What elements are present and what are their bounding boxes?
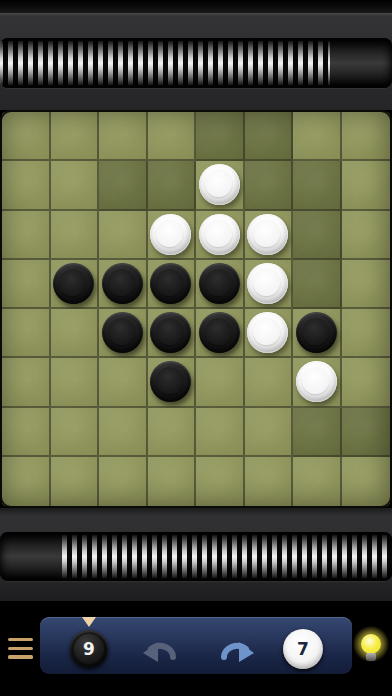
cell-d4 bbox=[148, 260, 197, 309]
cell-f8[interactable] bbox=[245, 457, 294, 506]
top-disc-stack bbox=[0, 41, 330, 85]
cell-e4 bbox=[196, 260, 245, 309]
cell-h3[interactable] bbox=[342, 211, 391, 260]
cell-d8[interactable] bbox=[148, 457, 197, 506]
cell-a5[interactable] bbox=[2, 309, 51, 358]
cell-g6 bbox=[293, 358, 342, 407]
cell-h8[interactable] bbox=[342, 457, 391, 506]
black-disc bbox=[102, 312, 143, 353]
white-disc bbox=[296, 361, 337, 402]
cell-a8[interactable] bbox=[2, 457, 51, 506]
black-disc bbox=[150, 263, 191, 304]
cell-f4 bbox=[245, 260, 294, 309]
cell-f1[interactable] bbox=[245, 112, 294, 161]
cell-a3[interactable] bbox=[2, 211, 51, 260]
black-disc bbox=[296, 312, 337, 353]
white-disc bbox=[247, 214, 288, 255]
cell-c8[interactable] bbox=[99, 457, 148, 506]
cell-b8[interactable] bbox=[51, 457, 100, 506]
black-disc bbox=[102, 263, 143, 304]
cell-b5[interactable] bbox=[51, 309, 100, 358]
status-bar-area bbox=[0, 0, 392, 13]
black-disc bbox=[199, 312, 240, 353]
white-disc bbox=[199, 214, 240, 255]
top-disc-tray bbox=[0, 38, 392, 88]
cell-d5 bbox=[148, 309, 197, 358]
score-panel: 9 7 bbox=[40, 617, 352, 674]
bottom-disc-stack bbox=[62, 535, 392, 578]
cell-c2[interactable] bbox=[99, 161, 148, 210]
lightbulb-base bbox=[366, 653, 376, 661]
cell-h1[interactable] bbox=[342, 112, 391, 161]
bottom-frame bbox=[0, 508, 392, 601]
black-disc bbox=[199, 263, 240, 304]
cell-e5 bbox=[196, 309, 245, 358]
cell-b4 bbox=[51, 260, 100, 309]
redo-arrow-icon bbox=[217, 632, 257, 666]
cell-g2[interactable] bbox=[293, 161, 342, 210]
cell-e2 bbox=[196, 161, 245, 210]
cell-h7[interactable] bbox=[342, 408, 391, 457]
cell-f6[interactable] bbox=[245, 358, 294, 407]
white-score-disc: 7 bbox=[283, 629, 323, 669]
cell-c1[interactable] bbox=[99, 112, 148, 161]
cell-d3 bbox=[148, 211, 197, 260]
cell-e8[interactable] bbox=[196, 457, 245, 506]
cell-d7[interactable] bbox=[148, 408, 197, 457]
white-disc bbox=[247, 263, 288, 304]
hint-button[interactable] bbox=[353, 628, 389, 668]
cell-a4[interactable] bbox=[2, 260, 51, 309]
cell-b1[interactable] bbox=[51, 112, 100, 161]
cell-g8[interactable] bbox=[293, 457, 342, 506]
white-disc bbox=[150, 214, 191, 255]
cell-c4 bbox=[99, 260, 148, 309]
cell-f5 bbox=[245, 309, 294, 358]
cell-h5[interactable] bbox=[342, 309, 391, 358]
board-grid bbox=[2, 112, 390, 506]
cell-a6[interactable] bbox=[2, 358, 51, 407]
cell-e1[interactable] bbox=[196, 112, 245, 161]
cell-f2[interactable] bbox=[245, 161, 294, 210]
black-score: 9 bbox=[83, 639, 95, 659]
black-disc bbox=[53, 263, 94, 304]
cell-e7[interactable] bbox=[196, 408, 245, 457]
cell-f3 bbox=[245, 211, 294, 260]
undo-arrow-icon bbox=[140, 632, 180, 666]
cell-g3[interactable] bbox=[293, 211, 342, 260]
top-frame bbox=[0, 13, 392, 110]
white-disc bbox=[247, 312, 288, 353]
cell-g4[interactable] bbox=[293, 260, 342, 309]
cell-f7[interactable] bbox=[245, 408, 294, 457]
othello-board bbox=[0, 110, 392, 508]
undo-button[interactable] bbox=[140, 632, 180, 666]
cell-b6[interactable] bbox=[51, 358, 100, 407]
cell-a2[interactable] bbox=[2, 161, 51, 210]
cell-d6 bbox=[148, 358, 197, 407]
cell-b3[interactable] bbox=[51, 211, 100, 260]
cell-g5 bbox=[293, 309, 342, 358]
cell-g1[interactable] bbox=[293, 112, 342, 161]
cell-e6[interactable] bbox=[196, 358, 245, 407]
white-disc bbox=[199, 164, 240, 205]
lightbulb-icon bbox=[361, 634, 381, 654]
cell-h2[interactable] bbox=[342, 161, 391, 210]
black-disc bbox=[150, 361, 191, 402]
cell-h6[interactable] bbox=[342, 358, 391, 407]
black-score-disc: 9 bbox=[70, 630, 108, 668]
othello-app-screen: 9 7 bbox=[0, 0, 392, 696]
turn-indicator-triangle bbox=[82, 617, 96, 627]
cell-b2[interactable] bbox=[51, 161, 100, 210]
cell-c6[interactable] bbox=[99, 358, 148, 407]
cell-h4[interactable] bbox=[342, 260, 391, 309]
cell-c3[interactable] bbox=[99, 211, 148, 260]
white-score: 7 bbox=[297, 639, 309, 659]
cell-g7[interactable] bbox=[293, 408, 342, 457]
cell-d2[interactable] bbox=[148, 161, 197, 210]
cell-a7[interactable] bbox=[2, 408, 51, 457]
cell-a1[interactable] bbox=[2, 112, 51, 161]
black-disc bbox=[150, 312, 191, 353]
cell-d1[interactable] bbox=[148, 112, 197, 161]
cell-b7[interactable] bbox=[51, 408, 100, 457]
hamburger-icon bbox=[8, 638, 33, 641]
redo-button[interactable] bbox=[217, 632, 257, 666]
cell-c7[interactable] bbox=[99, 408, 148, 457]
bottom-disc-tray bbox=[0, 532, 392, 581]
cell-e3 bbox=[196, 211, 245, 260]
control-bar: 9 7 bbox=[0, 601, 392, 696]
cell-c5 bbox=[99, 309, 148, 358]
menu-button[interactable] bbox=[8, 638, 33, 659]
